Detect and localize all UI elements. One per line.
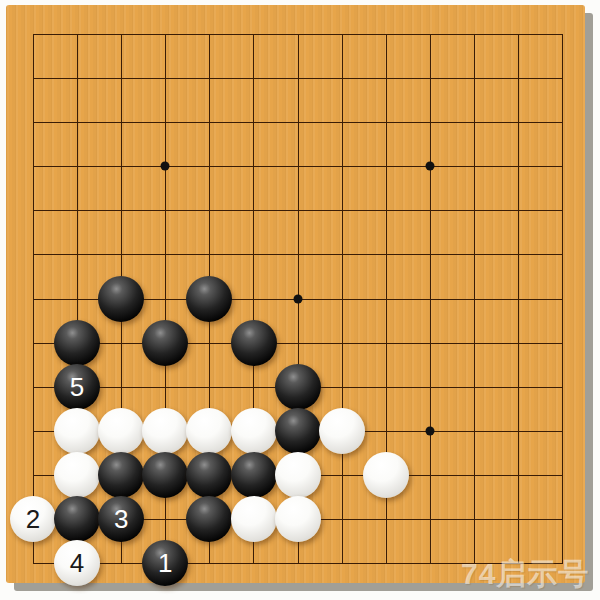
board-cell[interactable] xyxy=(33,34,77,78)
board-cell[interactable] xyxy=(253,254,297,298)
board-cell[interactable] xyxy=(474,166,518,210)
board-cell[interactable] xyxy=(342,210,386,254)
board-cell[interactable] xyxy=(430,475,474,519)
stone-black[interactable] xyxy=(186,276,232,322)
board-cell[interactable] xyxy=(342,78,386,122)
board-cell[interactable] xyxy=(518,166,562,210)
stone-black-move-3[interactable]: 3 xyxy=(98,496,144,542)
board-cell[interactable] xyxy=(430,254,474,298)
board-cell[interactable] xyxy=(386,254,430,298)
move-number-label: 1 xyxy=(158,550,172,576)
stone-white[interactable] xyxy=(231,496,277,542)
stone-white[interactable] xyxy=(142,408,188,454)
board-cell[interactable] xyxy=(342,254,386,298)
board-cell[interactable] xyxy=(165,78,209,122)
board-cell[interactable] xyxy=(121,210,165,254)
stone-white[interactable] xyxy=(363,452,409,498)
board-cell[interactable] xyxy=(165,210,209,254)
board-cell[interactable] xyxy=(253,122,297,166)
board-cell[interactable] xyxy=(298,166,342,210)
board-cell[interactable] xyxy=(474,122,518,166)
stone-black[interactable] xyxy=(54,320,100,366)
stone-black-move-5[interactable]: 5 xyxy=(54,364,100,410)
stone-black[interactable] xyxy=(231,452,277,498)
board-cell[interactable] xyxy=(298,299,342,343)
board-cell[interactable] xyxy=(209,210,253,254)
board-cell[interactable] xyxy=(386,78,430,122)
board-cell[interactable] xyxy=(298,254,342,298)
board-cell[interactable] xyxy=(121,78,165,122)
board-cell[interactable] xyxy=(342,519,386,563)
board-cell[interactable] xyxy=(386,34,430,78)
star-point xyxy=(425,426,434,435)
move-number-label: 4 xyxy=(70,550,84,576)
stone-white[interactable] xyxy=(319,408,365,454)
board-cell[interactable] xyxy=(121,166,165,210)
board-cell[interactable] xyxy=(474,254,518,298)
stone-white-move-4[interactable]: 4 xyxy=(54,540,100,586)
board-cell[interactable] xyxy=(298,34,342,78)
board-cell[interactable] xyxy=(209,34,253,78)
board-cell[interactable] xyxy=(474,431,518,475)
board-cell[interactable] xyxy=(474,34,518,78)
board-cell[interactable] xyxy=(342,34,386,78)
board-cell[interactable] xyxy=(386,343,430,387)
board-cell[interactable] xyxy=(474,78,518,122)
go-board[interactable]: 52341 74启示号 xyxy=(6,5,585,583)
board-cell[interactable] xyxy=(209,78,253,122)
board-cell[interactable] xyxy=(209,166,253,210)
board-cell[interactable] xyxy=(253,210,297,254)
board-cell[interactable] xyxy=(253,166,297,210)
board-cell[interactable] xyxy=(474,299,518,343)
board-cell[interactable] xyxy=(518,78,562,122)
board-cell[interactable] xyxy=(121,34,165,78)
stone-white[interactable] xyxy=(54,452,100,498)
stone-white[interactable] xyxy=(98,408,144,454)
board-cell[interactable] xyxy=(518,34,562,78)
board-cell[interactable] xyxy=(77,210,121,254)
board-cell[interactable] xyxy=(518,122,562,166)
move-number-label: 2 xyxy=(26,506,40,532)
board-cell[interactable] xyxy=(33,254,77,298)
stone-black-move-1[interactable]: 1 xyxy=(142,540,188,586)
board-cell[interactable] xyxy=(253,78,297,122)
board-cell[interactable] xyxy=(518,254,562,298)
board-cell[interactable] xyxy=(33,122,77,166)
board-cell[interactable] xyxy=(430,78,474,122)
stone-black[interactable] xyxy=(186,496,232,542)
board-cell[interactable] xyxy=(518,210,562,254)
stone-black[interactable] xyxy=(54,496,100,542)
board-cell[interactable] xyxy=(386,519,430,563)
board-cell[interactable] xyxy=(165,166,209,210)
board-cell[interactable] xyxy=(298,210,342,254)
board-cell[interactable] xyxy=(298,78,342,122)
stone-white[interactable] xyxy=(275,452,321,498)
board-cell[interactable] xyxy=(386,122,430,166)
move-number-label: 3 xyxy=(114,506,128,532)
board-cell[interactable] xyxy=(518,299,562,343)
board-cell[interactable] xyxy=(474,210,518,254)
board-cell[interactable] xyxy=(165,34,209,78)
diagram-canvas: 52341 74启示号 xyxy=(0,0,600,600)
stone-black[interactable] xyxy=(275,364,321,410)
board-cell[interactable] xyxy=(33,78,77,122)
watermark-text: 74启示号 xyxy=(461,554,589,595)
stone-black[interactable] xyxy=(98,452,144,498)
board-cell[interactable] xyxy=(77,78,121,122)
stone-black[interactable] xyxy=(231,320,277,366)
board-cell[interactable] xyxy=(165,122,209,166)
board-cell[interactable] xyxy=(386,210,430,254)
board-cell[interactable] xyxy=(77,122,121,166)
board-cell[interactable] xyxy=(474,475,518,519)
board-cell[interactable] xyxy=(474,343,518,387)
stone-black[interactable] xyxy=(275,408,321,454)
board-cell[interactable] xyxy=(386,166,430,210)
board-cell[interactable] xyxy=(430,34,474,78)
stone-white[interactable] xyxy=(231,408,277,454)
move-number-label: 5 xyxy=(70,374,84,400)
stone-black[interactable] xyxy=(98,276,144,322)
stone-black[interactable] xyxy=(186,452,232,498)
star-point xyxy=(161,162,170,171)
board-cell[interactable] xyxy=(209,122,253,166)
board-cell[interactable] xyxy=(518,431,562,475)
star-point xyxy=(425,162,434,171)
star-point xyxy=(293,294,302,303)
board-cell[interactable] xyxy=(342,299,386,343)
stone-black[interactable] xyxy=(142,452,188,498)
board-cell[interactable] xyxy=(430,387,474,431)
board-cell[interactable] xyxy=(298,122,342,166)
board-cell[interactable] xyxy=(518,475,562,519)
board-cell[interactable] xyxy=(430,210,474,254)
board-cell[interactable] xyxy=(77,166,121,210)
board-cell[interactable] xyxy=(342,343,386,387)
board-cell[interactable] xyxy=(518,387,562,431)
stone-white[interactable] xyxy=(275,496,321,542)
board-cell[interactable] xyxy=(121,122,165,166)
board-cell[interactable] xyxy=(430,431,474,475)
board-cell[interactable] xyxy=(430,122,474,166)
board-cell[interactable] xyxy=(77,34,121,78)
board-cell[interactable] xyxy=(33,166,77,210)
board-cell[interactable] xyxy=(33,210,77,254)
board-cell[interactable] xyxy=(430,299,474,343)
board-cell[interactable] xyxy=(386,299,430,343)
stone-white[interactable] xyxy=(54,408,100,454)
board-cell[interactable] xyxy=(430,343,474,387)
board-cell[interactable] xyxy=(342,122,386,166)
board-cell[interactable] xyxy=(386,387,430,431)
board-cell[interactable] xyxy=(518,343,562,387)
board-cell[interactable] xyxy=(253,34,297,78)
stone-white-move-2[interactable]: 2 xyxy=(10,496,56,542)
stone-white[interactable] xyxy=(186,408,232,454)
stone-black[interactable] xyxy=(142,320,188,366)
board-cell[interactable] xyxy=(342,166,386,210)
board-cell[interactable] xyxy=(430,166,474,210)
board-cell[interactable] xyxy=(474,387,518,431)
